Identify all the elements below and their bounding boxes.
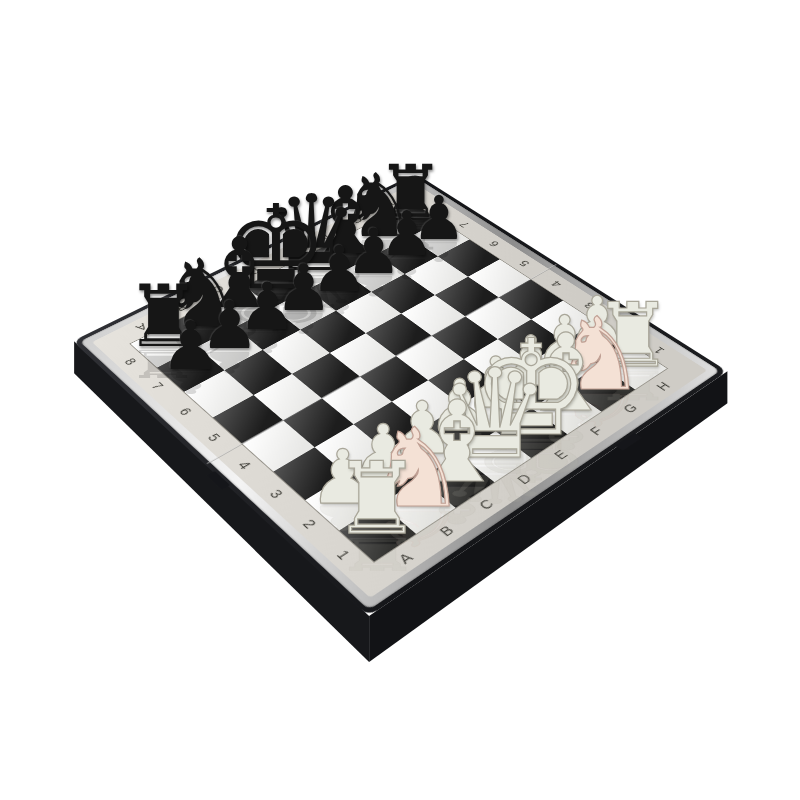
- rank-label-7: 7: [129, 368, 186, 404]
- rank-label-8: 8: [103, 344, 159, 378]
- chess-set-product-photo: ABCDEFGH ABCDEFGH 87654321 87654321 ♜♞♝♚…: [0, 0, 800, 800]
